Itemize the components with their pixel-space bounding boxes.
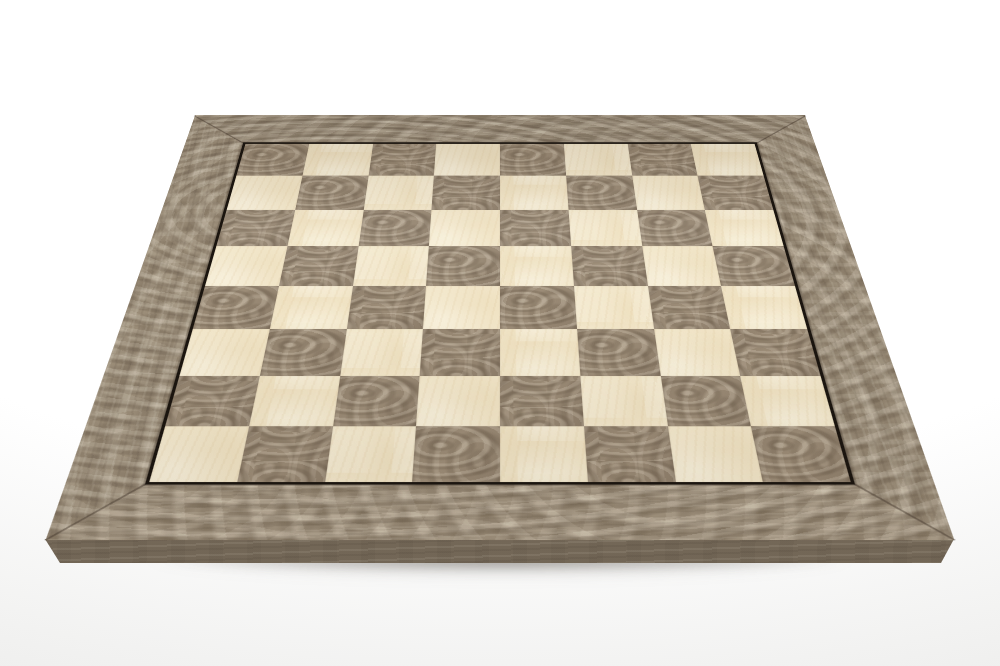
square-c2 [333,376,420,427]
square-e6 [500,210,571,247]
square-c1 [325,426,417,482]
square-a3 [180,329,270,376]
square-e8 [500,144,566,176]
square-b6 [287,210,363,247]
square-g3 [654,329,741,376]
square-a1 [149,426,249,482]
square-a6 [216,210,295,247]
square-h2 [740,376,835,427]
square-h5 [713,246,795,286]
square-f2 [580,376,667,427]
square-h6 [705,210,784,247]
square-a5 [205,246,287,286]
square-f7 [566,175,637,209]
square-b5 [279,246,358,286]
square-d5 [426,246,500,286]
product-photo-scene [0,0,1000,666]
square-d4 [423,286,500,329]
square-a2 [165,376,260,427]
square-g2 [660,376,751,427]
square-d7 [432,175,500,209]
square-f8 [564,144,632,176]
square-g4 [648,286,731,329]
square-e7 [500,175,568,209]
square-c5 [353,246,430,286]
square-c8 [368,144,436,176]
square-a8 [236,144,309,176]
square-f5 [571,246,648,286]
square-d6 [429,210,500,247]
square-c4 [346,286,426,329]
square-b8 [302,144,372,176]
square-d1 [412,426,500,482]
square-e4 [500,286,577,329]
square-e2 [500,376,584,427]
square-f6 [568,210,642,247]
square-b7 [295,175,368,209]
square-h4 [721,286,807,329]
square-h8 [691,144,764,176]
square-d2 [416,376,500,427]
square-h3 [730,329,820,376]
square-e3 [500,329,580,376]
square-g5 [642,246,721,286]
square-a7 [227,175,303,209]
square-g8 [627,144,697,176]
square-h7 [698,175,774,209]
square-d8 [434,144,500,176]
square-c7 [363,175,434,209]
square-g7 [632,175,705,209]
square-b2 [249,376,340,427]
square-d3 [420,329,500,376]
square-h1 [751,426,851,482]
square-b3 [260,329,347,376]
chess-board [46,115,955,540]
square-g1 [667,426,763,482]
square-e5 [500,246,574,286]
square-f3 [577,329,660,376]
square-b1 [237,426,333,482]
square-f4 [574,286,654,329]
square-c3 [340,329,423,376]
square-a4 [193,286,279,329]
square-b4 [270,286,353,329]
square-e1 [500,426,588,482]
square-f1 [584,426,676,482]
playing-field [149,144,851,482]
square-g6 [637,210,713,247]
square-c6 [358,210,432,247]
